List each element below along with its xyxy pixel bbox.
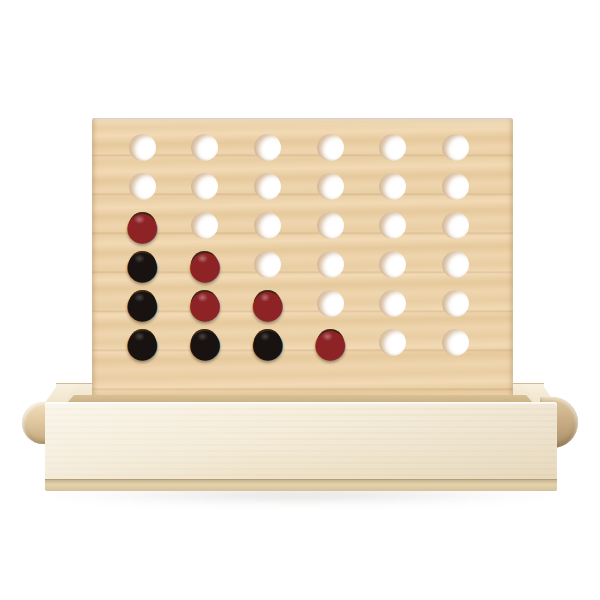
occupied-hole: ●: [129, 329, 156, 356]
black-piece: ●: [128, 290, 156, 318]
empty-hole: [191, 134, 218, 161]
empty-hole: [254, 212, 281, 239]
board-cell-r2c5[interactable]: [362, 167, 425, 206]
board-cell-r4c2[interactable]: ●: [174, 245, 237, 284]
board-cell-r6c2[interactable]: ●: [174, 323, 237, 362]
black-piece: ●: [128, 251, 156, 279]
board-cell-r3c5[interactable]: [362, 206, 425, 245]
empty-hole: [317, 134, 344, 161]
occupied-hole: ●: [191, 251, 218, 278]
board-cell-r3c6[interactable]: [424, 206, 487, 245]
board-cell-r1c3[interactable]: [236, 128, 299, 167]
empty-hole: [442, 212, 469, 239]
occupied-hole: ●: [129, 212, 156, 239]
red-piece: ●: [128, 212, 156, 240]
empty-hole: [191, 212, 218, 239]
empty-hole: [129, 134, 156, 161]
board-grid: ●●●●●●●●●●: [111, 128, 487, 362]
board-cell-r3c3[interactable]: [236, 206, 299, 245]
board-cell-r4c4[interactable]: [299, 245, 362, 284]
board-cell-r6c3[interactable]: ●: [236, 323, 299, 362]
board-cell-r3c1[interactable]: ●: [111, 206, 174, 245]
black-piece: ●: [128, 329, 156, 357]
red-piece: ●: [316, 329, 344, 357]
occupied-hole: ●: [191, 290, 218, 317]
board-cell-r1c2[interactable]: [174, 128, 237, 167]
board-cell-r5c2[interactable]: ●: [174, 284, 237, 323]
board-cell-r5c1[interactable]: ●: [111, 284, 174, 323]
empty-hole: [254, 173, 281, 200]
empty-hole: [379, 329, 406, 356]
black-piece: ●: [191, 329, 219, 357]
empty-hole: [191, 173, 218, 200]
empty-hole: [379, 173, 406, 200]
empty-hole: [379, 134, 406, 161]
board-cell-r4c5[interactable]: [362, 245, 425, 284]
board-cell-r2c3[interactable]: [236, 167, 299, 206]
board-cell-r5c4[interactable]: [299, 284, 362, 323]
empty-hole: [379, 212, 406, 239]
empty-hole: [317, 290, 344, 317]
board-cell-r5c3[interactable]: ●: [236, 284, 299, 323]
empty-hole: [442, 251, 469, 278]
board-cell-r4c3[interactable]: [236, 245, 299, 284]
empty-hole: [317, 212, 344, 239]
empty-hole: [379, 290, 406, 317]
empty-hole: [254, 251, 281, 278]
board-cell-r1c1[interactable]: [111, 128, 174, 167]
empty-hole: [317, 251, 344, 278]
board-cell-r5c5[interactable]: [362, 284, 425, 323]
board-cell-r6c1[interactable]: ●: [111, 323, 174, 362]
red-piece: ●: [191, 290, 219, 318]
board-cell-r2c2[interactable]: [174, 167, 237, 206]
tray-bottom-edge: [45, 479, 557, 491]
occupied-hole: ●: [317, 329, 344, 356]
board-cell-r3c2[interactable]: [174, 206, 237, 245]
board-cell-r1c4[interactable]: [299, 128, 362, 167]
occupied-hole: ●: [254, 329, 281, 356]
board-cell-r4c1[interactable]: ●: [111, 245, 174, 284]
empty-hole: [254, 134, 281, 161]
connect-four-board: ●●●●●●●●●●: [92, 118, 513, 406]
board-cell-r1c6[interactable]: [424, 128, 487, 167]
red-piece: ●: [191, 251, 219, 279]
board-cell-r2c4[interactable]: [299, 167, 362, 206]
occupied-hole: ●: [191, 329, 218, 356]
empty-hole: [442, 173, 469, 200]
empty-hole: [379, 251, 406, 278]
empty-hole: [317, 173, 344, 200]
board-cell-r2c1[interactable]: [111, 167, 174, 206]
connect-four-scene: ●●●●●●●●●●: [0, 0, 600, 600]
empty-hole: [129, 173, 156, 200]
empty-hole: [442, 329, 469, 356]
board-cell-r6c5[interactable]: [362, 323, 425, 362]
empty-hole: [442, 134, 469, 161]
board-cell-r5c6[interactable]: [424, 284, 487, 323]
board-cell-r6c4[interactable]: ●: [299, 323, 362, 362]
board-cell-r1c5[interactable]: [362, 128, 425, 167]
red-piece: ●: [254, 290, 282, 318]
tray-front-panel: [45, 402, 557, 491]
empty-hole: [442, 290, 469, 317]
occupied-hole: ●: [129, 290, 156, 317]
board-cell-r4c6[interactable]: [424, 245, 487, 284]
occupied-hole: ●: [254, 290, 281, 317]
board-cell-r6c6[interactable]: [424, 323, 487, 362]
black-piece: ●: [254, 329, 282, 357]
occupied-hole: ●: [129, 251, 156, 278]
board-cell-r3c4[interactable]: [299, 206, 362, 245]
board-cell-r2c6[interactable]: [424, 167, 487, 206]
